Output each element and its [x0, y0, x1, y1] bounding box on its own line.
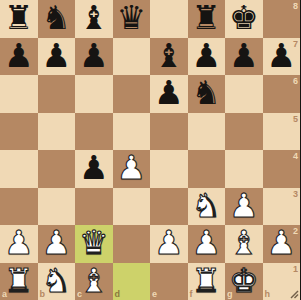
piece-black-pawn[interactable]: ♟ [79, 39, 109, 72]
square-g6[interactable] [225, 75, 263, 113]
piece-black-pawn[interactable]: ♟ [229, 39, 259, 72]
piece-black-pawn[interactable]: ♟ [154, 76, 184, 109]
square-a7[interactable]: ♟ [0, 38, 38, 76]
square-d3[interactable] [113, 188, 151, 226]
piece-white-rook[interactable]: ♜ [191, 264, 221, 297]
piece-white-pawn[interactable]: ♟ [229, 189, 259, 222]
square-g5[interactable] [225, 113, 263, 151]
square-d6[interactable] [113, 75, 151, 113]
square-a6[interactable] [0, 75, 38, 113]
square-d1[interactable]: d [113, 263, 151, 300]
square-c8[interactable]: ♝ [75, 0, 113, 38]
square-a5[interactable] [0, 113, 38, 151]
square-e6[interactable]: ♟ [150, 75, 188, 113]
square-a8[interactable]: ♜ [0, 0, 38, 38]
square-e3[interactable] [150, 188, 188, 226]
square-f5[interactable] [188, 113, 226, 151]
square-d7[interactable] [113, 38, 151, 76]
square-e1[interactable]: e [150, 263, 188, 300]
rank-label-6: 6 [293, 77, 298, 86]
square-g2[interactable]: ♝ [225, 225, 263, 263]
square-f3[interactable]: ♞ [188, 188, 226, 226]
square-c2[interactable]: ♛ [75, 225, 113, 263]
square-b6[interactable] [38, 75, 76, 113]
file-label-h: h [265, 290, 271, 299]
piece-white-pawn[interactable]: ♟ [154, 226, 184, 259]
square-d8[interactable]: ♛ [113, 0, 151, 38]
square-b7[interactable]: ♟ [38, 38, 76, 76]
piece-black-rook[interactable]: ♜ [191, 1, 221, 34]
square-e2[interactable]: ♟ [150, 225, 188, 263]
square-e8[interactable] [150, 0, 188, 38]
square-c4[interactable]: ♟ [75, 150, 113, 188]
square-b3[interactable] [38, 188, 76, 226]
piece-white-knight[interactable]: ♞ [191, 189, 221, 222]
square-h3[interactable]: 3 [263, 188, 301, 226]
square-d5[interactable] [113, 113, 151, 151]
square-h7[interactable]: ♟7 [263, 38, 301, 76]
piece-white-pawn[interactable]: ♟ [4, 226, 34, 259]
piece-black-king[interactable]: ♚ [229, 1, 259, 34]
square-b5[interactable] [38, 113, 76, 151]
square-g3[interactable]: ♟ [225, 188, 263, 226]
square-b4[interactable] [38, 150, 76, 188]
square-f4[interactable] [188, 150, 226, 188]
square-g1[interactable]: ♚g [225, 263, 263, 300]
square-f2[interactable]: ♟ [188, 225, 226, 263]
piece-white-rook[interactable]: ♜ [4, 264, 34, 297]
square-g8[interactable]: ♚ [225, 0, 263, 38]
piece-black-pawn[interactable]: ♟ [41, 39, 71, 72]
rank-label-5: 5 [293, 115, 298, 124]
piece-white-pawn[interactable]: ♟ [266, 226, 296, 259]
square-b8[interactable]: ♞ [38, 0, 76, 38]
square-c3[interactable] [75, 188, 113, 226]
square-f8[interactable]: ♜ [188, 0, 226, 38]
rank-label-3: 3 [293, 190, 298, 199]
file-label-d: d [115, 290, 121, 299]
diagonal-grip-icon[interactable] [288, 288, 299, 299]
square-h8[interactable]: 8 [263, 0, 301, 38]
piece-black-bishop[interactable]: ♝ [79, 1, 109, 34]
square-a3[interactable] [0, 188, 38, 226]
square-c1[interactable]: ♝c [75, 263, 113, 300]
square-a2[interactable]: ♟ [0, 225, 38, 263]
piece-white-pawn[interactable]: ♟ [41, 226, 71, 259]
square-b1[interactable]: ♞b [38, 263, 76, 300]
square-b2[interactable]: ♟ [38, 225, 76, 263]
square-c5[interactable] [75, 113, 113, 151]
chess-board: ♜♞♝♛♜♚8♟♟♟♝♟♟♟7♟♞65♟♟4♞♟3♟♟♛♟♟♝♟2♜a♞b♝cd… [0, 0, 300, 300]
piece-white-queen[interactable]: ♛ [79, 226, 109, 259]
file-label-e: e [152, 290, 157, 299]
square-g4[interactable] [225, 150, 263, 188]
square-e5[interactable] [150, 113, 188, 151]
piece-black-pawn[interactable]: ♟ [266, 39, 296, 72]
square-d2[interactable] [113, 225, 151, 263]
square-h2[interactable]: ♟2 [263, 225, 301, 263]
square-f1[interactable]: ♜f [188, 263, 226, 300]
piece-black-queen[interactable]: ♛ [116, 1, 146, 34]
square-c6[interactable] [75, 75, 113, 113]
piece-black-rook[interactable]: ♜ [4, 1, 34, 34]
square-a1[interactable]: ♜a [0, 263, 38, 300]
square-f7[interactable]: ♟ [188, 38, 226, 76]
piece-black-pawn[interactable]: ♟ [4, 39, 34, 72]
square-h1[interactable]: 1h [263, 263, 301, 300]
rank-label-4: 4 [293, 152, 298, 161]
square-h6[interactable]: 6 [263, 75, 301, 113]
piece-white-pawn[interactable]: ♟ [116, 151, 146, 184]
square-h4[interactable]: 4 [263, 150, 301, 188]
piece-black-knight[interactable]: ♞ [191, 76, 221, 109]
square-g7[interactable]: ♟ [225, 38, 263, 76]
rank-label-8: 8 [293, 2, 298, 11]
piece-white-pawn[interactable]: ♟ [191, 226, 221, 259]
piece-white-bishop[interactable]: ♝ [229, 226, 259, 259]
rank-label-1: 1 [293, 265, 298, 274]
square-d4[interactable]: ♟ [113, 150, 151, 188]
square-c7[interactable]: ♟ [75, 38, 113, 76]
piece-black-knight[interactable]: ♞ [41, 1, 71, 34]
piece-white-bishop[interactable]: ♝ [79, 264, 109, 297]
square-a4[interactable] [0, 150, 38, 188]
square-h5[interactable]: 5 [263, 113, 301, 151]
piece-black-pawn[interactable]: ♟ [79, 151, 109, 184]
square-e4[interactable] [150, 150, 188, 188]
square-e7[interactable]: ♝ [150, 38, 188, 76]
piece-white-king[interactable]: ♚ [229, 264, 259, 297]
piece-black-pawn[interactable]: ♟ [191, 39, 221, 72]
piece-white-knight[interactable]: ♞ [41, 264, 71, 297]
square-f6[interactable]: ♞ [188, 75, 226, 113]
piece-black-bishop[interactable]: ♝ [154, 39, 184, 72]
